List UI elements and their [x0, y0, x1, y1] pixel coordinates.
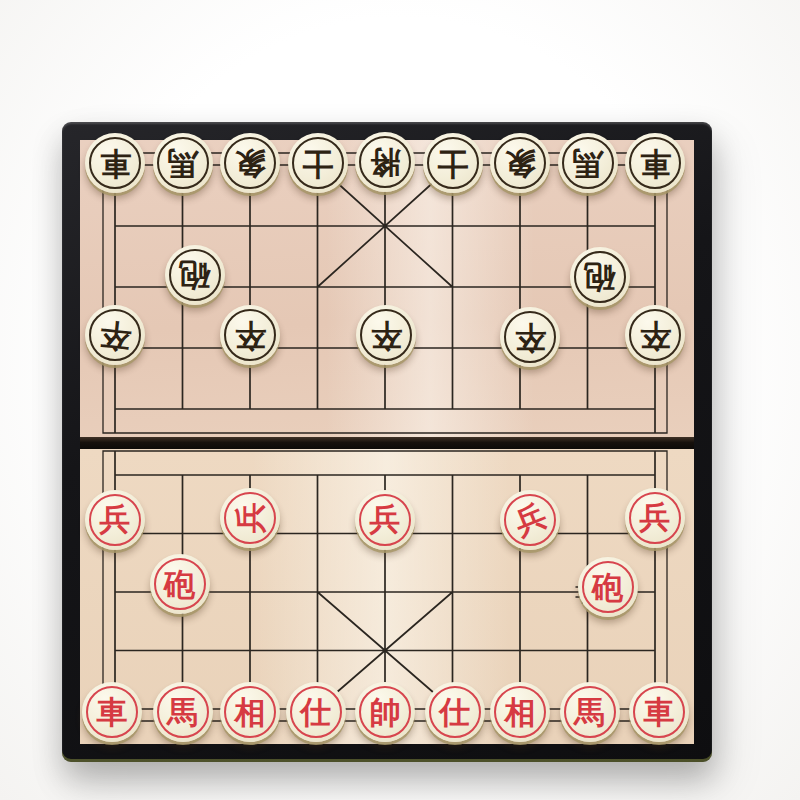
piece-red-soldier[interactable]: 兵 — [85, 490, 145, 550]
piece-character: 砲 — [584, 262, 615, 293]
piece-red-horse[interactable]: 馬 — [560, 682, 620, 742]
piece-black-elephant[interactable]: 象 — [220, 133, 280, 193]
piece-character: 車 — [97, 697, 128, 728]
piece-red-chariot[interactable]: 車 — [82, 682, 142, 742]
piece-character: 兵 — [235, 502, 266, 533]
piece-character: 車 — [644, 697, 675, 728]
photo-background: 車馬象士將士象馬車砲砲卒卒卒卒卒兵兵兵兵兵砲砲車馬相仕帥仕相馬車 — [0, 0, 800, 800]
piece-character: 兵 — [100, 504, 131, 535]
piece-black-advisor[interactable]: 士 — [423, 133, 483, 193]
piece-black-general[interactable]: 將 — [355, 132, 415, 192]
piece-red-horse[interactable]: 馬 — [153, 682, 213, 742]
piece-character: 相 — [235, 697, 266, 728]
pieces-layer: 車馬象士將士象馬車砲砲卒卒卒卒卒兵兵兵兵兵砲砲車馬相仕帥仕相馬車 — [0, 0, 800, 800]
piece-character: 砲 — [164, 569, 195, 600]
piece-black-advisor[interactable]: 士 — [288, 133, 348, 193]
piece-character: 兵 — [370, 504, 401, 535]
piece-red-elephant[interactable]: 相 — [490, 682, 550, 742]
piece-character: 象 — [235, 148, 266, 179]
piece-black-horse[interactable]: 馬 — [153, 133, 213, 193]
piece-red-advisor[interactable]: 仕 — [425, 682, 485, 742]
piece-character: 士 — [437, 148, 468, 179]
piece-character: 帥 — [370, 697, 401, 728]
piece-character: 卒 — [640, 320, 671, 351]
piece-black-cannon[interactable]: 砲 — [570, 247, 630, 307]
piece-character: 兵 — [640, 502, 671, 533]
piece-character: 砲 — [179, 260, 210, 291]
piece-black-soldier[interactable]: 卒 — [500, 307, 560, 367]
piece-black-chariot[interactable]: 車 — [625, 133, 685, 193]
piece-red-soldier[interactable]: 兵 — [355, 490, 415, 550]
piece-black-elephant[interactable]: 象 — [490, 133, 550, 193]
piece-character: 馬 — [574, 697, 605, 728]
piece-character: 砲 — [592, 572, 623, 603]
piece-character: 將 — [370, 147, 401, 178]
piece-character: 馬 — [167, 148, 198, 179]
piece-red-cannon[interactable]: 砲 — [578, 557, 638, 617]
piece-character: 士 — [302, 148, 333, 179]
piece-red-chariot[interactable]: 車 — [629, 682, 689, 742]
piece-character: 相 — [505, 697, 536, 728]
piece-character: 卒 — [98, 318, 132, 352]
piece-character: 馬 — [167, 697, 198, 728]
piece-red-elephant[interactable]: 相 — [220, 682, 280, 742]
piece-character: 車 — [640, 148, 671, 179]
piece-black-soldier[interactable]: 卒 — [220, 305, 280, 365]
piece-character: 象 — [505, 148, 536, 179]
piece-character: 馬 — [572, 148, 603, 179]
piece-character: 車 — [100, 148, 131, 179]
piece-black-soldier[interactable]: 卒 — [625, 305, 685, 365]
piece-character: 仕 — [439, 697, 470, 728]
piece-character: 仕 — [300, 697, 331, 728]
piece-character: 卒 — [235, 320, 266, 351]
piece-character: 卒 — [371, 320, 402, 351]
piece-red-soldier[interactable]: 兵 — [625, 488, 685, 548]
piece-black-chariot[interactable]: 車 — [85, 133, 145, 193]
piece-red-advisor[interactable]: 仕 — [286, 682, 346, 742]
piece-red-soldier[interactable]: 兵 — [220, 488, 280, 548]
piece-character: 卒 — [515, 322, 546, 353]
piece-red-soldier[interactable]: 兵 — [500, 490, 560, 550]
piece-black-cannon[interactable]: 砲 — [165, 245, 225, 305]
piece-black-soldier[interactable]: 卒 — [85, 305, 145, 365]
piece-red-cannon[interactable]: 砲 — [150, 554, 210, 614]
piece-black-soldier[interactable]: 卒 — [356, 305, 416, 365]
piece-red-general[interactable]: 帥 — [355, 682, 415, 742]
piece-black-horse[interactable]: 馬 — [558, 133, 618, 193]
